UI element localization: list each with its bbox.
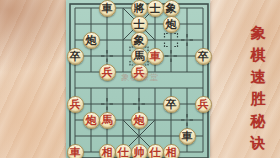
title-char: 速 xyxy=(245,66,271,88)
title-char: 秘 xyxy=(245,110,271,132)
title-char: 棋 xyxy=(245,44,271,66)
piece-red-rook[interactable]: 車 xyxy=(67,144,84,159)
piece-black-elephant[interactable]: 象 xyxy=(131,32,148,49)
piece-black-rook[interactable]: 車 xyxy=(99,0,116,17)
title-char: 诀 xyxy=(245,132,271,154)
piece-red-soldier[interactable]: 兵 xyxy=(99,64,116,81)
xiangqi-board[interactable]: 車將士象士炮炮象卒馬卒卒車車兵兵兵兵炮馬炮車相仕帅仕相 xyxy=(66,0,210,158)
piece-red-advisor[interactable]: 仕 xyxy=(147,144,164,159)
piece-red-soldier[interactable]: 兵 xyxy=(131,64,148,81)
piece-red-soldier[interactable]: 兵 xyxy=(195,96,212,113)
piece-black-cannon[interactable]: 炮 xyxy=(163,16,180,33)
piece-red-rook[interactable]: 車 xyxy=(147,48,164,65)
piece-red-elephant[interactable]: 相 xyxy=(99,144,116,159)
piece-black-advisor[interactable]: 士 xyxy=(131,16,148,33)
piece-black-soldier[interactable]: 卒 xyxy=(67,48,84,65)
title-char: 象 xyxy=(245,22,271,44)
piece-black-rook[interactable]: 車 xyxy=(179,128,196,145)
screenshot-root: 車將士象士炮炮象卒馬卒卒車車兵兵兵兵炮馬炮車相仕帅仕相 象棋课堂 象棋速胜秘诀 xyxy=(0,0,280,158)
piece-red-cannon[interactable]: 炮 xyxy=(131,112,148,129)
piece-red-cannon[interactable]: 炮 xyxy=(83,112,100,129)
title-char: 胜 xyxy=(245,88,271,110)
piece-red-advisor[interactable]: 仕 xyxy=(115,144,132,159)
piece-red-elephant[interactable]: 相 xyxy=(163,144,180,159)
piece-black-soldier[interactable]: 卒 xyxy=(163,96,180,113)
piece-red-horse[interactable]: 馬 xyxy=(99,112,116,129)
piece-black-cannon[interactable]: 炮 xyxy=(83,32,100,49)
piece-black-soldier[interactable]: 卒 xyxy=(195,48,212,65)
book-title: 象棋速胜秘诀 xyxy=(245,22,271,154)
piece-black-elephant[interactable]: 象 xyxy=(163,0,180,17)
piece-black-general[interactable]: 將 xyxy=(131,0,148,17)
piece-black-horse[interactable]: 馬 xyxy=(131,48,148,65)
piece-red-soldier[interactable]: 兵 xyxy=(67,96,84,113)
piece-black-advisor[interactable]: 士 xyxy=(147,0,164,17)
piece-red-general[interactable]: 帅 xyxy=(131,144,148,159)
